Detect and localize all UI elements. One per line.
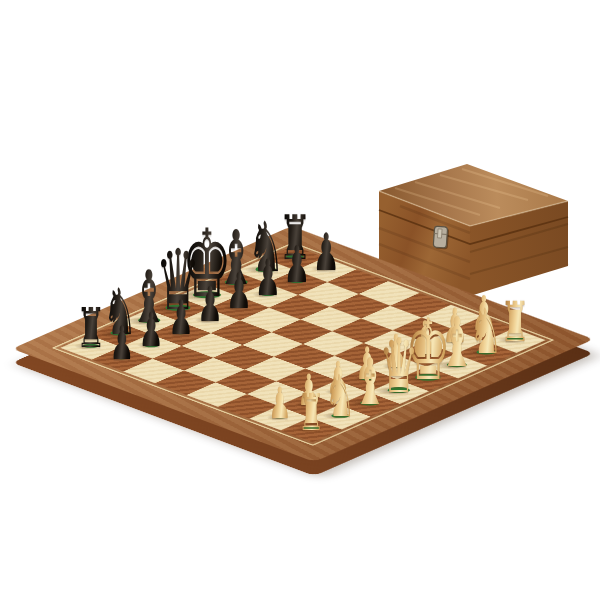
white-knight-glyph: ♞ — [325, 369, 356, 427]
black-rook-glyph: ♜ — [76, 301, 105, 356]
black-pawn-glyph: ♟ — [254, 253, 281, 303]
white-rook-glyph: ♜ — [298, 387, 325, 438]
white-pawn-glyph: ♟ — [268, 382, 291, 425]
black-pawn-glyph: ♟ — [312, 226, 340, 278]
black-pawn-glyph: ♟ — [226, 267, 252, 316]
black-pawn-glyph: ♟ — [197, 280, 223, 328]
black-pawn-glyph: ♟ — [168, 294, 194, 342]
black-pawn-glyph: ♟ — [283, 240, 310, 291]
chess-set-photo: ♜♟♞♟♝♟♚♟♛♟♝♟♟♞♜♟♟♜♞♟♟♝♟♚♟♛♟♝♟♞♟♜ — [0, 0, 600, 600]
black-pawn-glyph: ♟ — [110, 320, 135, 366]
box-clasp-icon — [433, 226, 449, 249]
white-rook-glyph: ♜ — [500, 294, 530, 349]
black-pawn-glyph: ♟ — [139, 307, 164, 354]
white-bishop-glyph: ♝ — [352, 350, 387, 415]
